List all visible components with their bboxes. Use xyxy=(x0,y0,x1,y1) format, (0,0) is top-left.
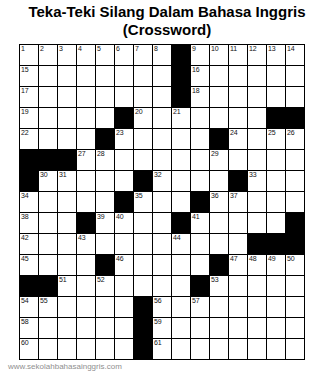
letter-cell[interactable] xyxy=(96,318,115,339)
clue-number: 23 xyxy=(116,129,123,137)
letter-cell[interactable]: 13 xyxy=(267,45,286,66)
clue-number: 30 xyxy=(40,171,47,179)
letter-cell[interactable] xyxy=(191,150,210,171)
letter-cell[interactable]: 20 xyxy=(134,108,153,129)
letter-cell[interactable] xyxy=(39,318,58,339)
letter-cell[interactable]: 30 xyxy=(39,171,58,192)
clue-number: 32 xyxy=(154,171,161,179)
letter-cell[interactable] xyxy=(96,234,115,255)
letter-cell[interactable]: 23 xyxy=(115,129,134,150)
clue-number: 54 xyxy=(21,297,28,305)
letter-cell[interactable] xyxy=(58,255,77,276)
letter-cell[interactable] xyxy=(58,108,77,129)
letter-cell[interactable] xyxy=(248,318,267,339)
letter-cell[interactable] xyxy=(191,318,210,339)
letter-cell[interactable] xyxy=(134,129,153,150)
letter-cell[interactable] xyxy=(39,255,58,276)
letter-cell[interactable] xyxy=(96,66,115,87)
letter-cell[interactable] xyxy=(229,108,248,129)
clue-number: 13 xyxy=(268,45,275,53)
clue-number: 22 xyxy=(21,129,28,137)
letter-cell[interactable] xyxy=(77,297,96,318)
letter-cell[interactable] xyxy=(191,129,210,150)
letter-cell[interactable] xyxy=(210,87,229,108)
letter-cell[interactable] xyxy=(267,276,286,297)
letter-cell[interactable]: 5 xyxy=(96,45,115,66)
letter-cell[interactable] xyxy=(267,87,286,108)
letter-cell[interactable] xyxy=(267,318,286,339)
letter-cell[interactable]: 43 xyxy=(77,234,96,255)
letter-cell[interactable] xyxy=(210,171,229,192)
letter-cell[interactable] xyxy=(115,339,134,360)
letter-cell[interactable]: 46 xyxy=(115,255,134,276)
letter-cell[interactable] xyxy=(248,339,267,360)
clue-number: 58 xyxy=(21,318,28,326)
letter-cell[interactable]: 14 xyxy=(286,45,305,66)
letter-cell[interactable] xyxy=(58,318,77,339)
clue-number: 16 xyxy=(192,66,199,74)
clue-number: 57 xyxy=(192,297,199,305)
letter-cell[interactable] xyxy=(58,66,77,87)
clue-number: 38 xyxy=(21,213,28,221)
letter-cell[interactable] xyxy=(96,297,115,318)
letter-cell[interactable] xyxy=(267,339,286,360)
clue-number: 18 xyxy=(192,87,199,95)
clue-number: 5 xyxy=(97,45,101,53)
clue-number: 46 xyxy=(116,255,123,263)
letter-cell[interactable] xyxy=(267,213,286,234)
letter-cell[interactable] xyxy=(134,66,153,87)
letter-cell[interactable]: 57 xyxy=(191,297,210,318)
letter-cell[interactable]: 48 xyxy=(248,255,267,276)
letter-cell[interactable] xyxy=(134,276,153,297)
letter-cell[interactable]: 28 xyxy=(96,150,115,171)
letter-cell[interactable] xyxy=(153,66,172,87)
block-cell xyxy=(115,192,134,213)
block-cell xyxy=(172,87,191,108)
block-cell xyxy=(58,150,77,171)
letter-cell[interactable] xyxy=(134,150,153,171)
crossword-page: Teka-Teki Silang Dalam Bahasa Inggris (C… xyxy=(0,0,334,380)
letter-cell[interactable] xyxy=(153,150,172,171)
letter-cell[interactable] xyxy=(96,108,115,129)
letter-cell[interactable] xyxy=(153,276,172,297)
clue-number: 8 xyxy=(154,45,158,53)
block-cell xyxy=(172,213,191,234)
clue-number: 60 xyxy=(21,339,28,347)
clue-number: 15 xyxy=(21,66,28,74)
block-cell xyxy=(210,129,229,150)
letter-cell[interactable] xyxy=(229,234,248,255)
clue-number: 47 xyxy=(230,255,237,263)
letter-cell[interactable] xyxy=(77,87,96,108)
clue-number: 31 xyxy=(59,171,66,179)
block-cell xyxy=(39,276,58,297)
page-title-line2: (Crossword) xyxy=(0,21,334,39)
letter-cell[interactable]: 2 xyxy=(39,45,58,66)
block-cell xyxy=(134,171,153,192)
letter-cell[interactable] xyxy=(267,192,286,213)
clue-number: 44 xyxy=(173,234,180,242)
clue-number: 2 xyxy=(40,45,44,53)
clue-number: 39 xyxy=(97,213,104,221)
letter-cell[interactable] xyxy=(210,297,229,318)
letter-cell[interactable] xyxy=(96,87,115,108)
letter-cell[interactable]: 42 xyxy=(20,234,39,255)
letter-cell[interactable]: 59 xyxy=(153,318,172,339)
letter-cell[interactable] xyxy=(96,171,115,192)
block-cell xyxy=(172,45,191,66)
letter-cell[interactable]: 52 xyxy=(96,276,115,297)
letter-cell[interactable] xyxy=(39,87,58,108)
clue-number: 1 xyxy=(21,45,25,53)
letter-cell[interactable] xyxy=(172,150,191,171)
letter-cell[interactable]: 1 xyxy=(20,45,39,66)
letter-cell[interactable]: 31 xyxy=(58,171,77,192)
block-cell xyxy=(267,234,286,255)
letter-cell[interactable] xyxy=(134,87,153,108)
letter-cell[interactable] xyxy=(58,339,77,360)
letter-cell[interactable] xyxy=(134,255,153,276)
clue-number: 53 xyxy=(211,276,218,284)
letter-cell[interactable] xyxy=(172,171,191,192)
letter-cell[interactable] xyxy=(153,108,172,129)
letter-cell[interactable] xyxy=(229,87,248,108)
letter-cell[interactable] xyxy=(286,87,305,108)
letter-cell[interactable] xyxy=(172,255,191,276)
letter-cell[interactable]: 24 xyxy=(229,129,248,150)
letter-cell[interactable]: 50 xyxy=(286,255,305,276)
letter-cell[interactable]: 61 xyxy=(153,339,172,360)
letter-cell[interactable] xyxy=(172,339,191,360)
letter-cell[interactable] xyxy=(153,129,172,150)
letter-cell[interactable]: 56 xyxy=(153,297,172,318)
letter-cell[interactable] xyxy=(77,255,96,276)
clue-number: 17 xyxy=(21,87,28,95)
letter-cell[interactable] xyxy=(39,234,58,255)
letter-cell[interactable] xyxy=(77,318,96,339)
letter-cell[interactable] xyxy=(267,171,286,192)
letter-cell[interactable] xyxy=(153,192,172,213)
letter-cell[interactable] xyxy=(153,213,172,234)
letter-cell[interactable]: 37 xyxy=(229,192,248,213)
clue-number: 48 xyxy=(249,255,256,263)
letter-cell[interactable] xyxy=(153,255,172,276)
letter-cell[interactable] xyxy=(248,150,267,171)
letter-cell[interactable] xyxy=(153,87,172,108)
letter-cell[interactable] xyxy=(39,108,58,129)
letter-cell[interactable] xyxy=(248,213,267,234)
clue-number: 28 xyxy=(97,150,104,158)
letter-cell[interactable] xyxy=(39,66,58,87)
letter-cell[interactable] xyxy=(267,297,286,318)
letter-cell[interactable] xyxy=(58,87,77,108)
letter-cell[interactable]: 26 xyxy=(286,129,305,150)
letter-cell[interactable]: 17 xyxy=(20,87,39,108)
letter-cell[interactable]: 60 xyxy=(20,339,39,360)
clue-number: 61 xyxy=(154,339,161,347)
letter-cell[interactable] xyxy=(58,297,77,318)
letter-cell[interactable] xyxy=(248,129,267,150)
letter-cell[interactable] xyxy=(248,192,267,213)
block-cell xyxy=(172,66,191,87)
letter-cell[interactable] xyxy=(229,66,248,87)
letter-cell[interactable] xyxy=(286,66,305,87)
letter-cell[interactable] xyxy=(229,339,248,360)
block-cell xyxy=(210,255,229,276)
letter-cell[interactable] xyxy=(210,213,229,234)
letter-cell[interactable] xyxy=(229,318,248,339)
block-cell xyxy=(286,234,305,255)
clue-number: 43 xyxy=(78,234,85,242)
letter-cell[interactable]: 45 xyxy=(20,255,39,276)
clue-number: 55 xyxy=(40,297,47,305)
letter-cell[interactable] xyxy=(286,339,305,360)
crossword-grid[interactable]: 1234567891011121314151617181920212223242… xyxy=(19,44,305,360)
letter-cell[interactable]: 7 xyxy=(134,45,153,66)
letter-cell[interactable]: 55 xyxy=(39,297,58,318)
letter-cell[interactable] xyxy=(77,129,96,150)
letter-cell[interactable] xyxy=(115,171,134,192)
letter-cell[interactable]: 9 xyxy=(191,45,210,66)
letter-cell[interactable]: 19 xyxy=(20,108,39,129)
letter-cell[interactable] xyxy=(191,255,210,276)
letter-cell[interactable] xyxy=(58,234,77,255)
letter-cell[interactable] xyxy=(58,213,77,234)
clue-number: 52 xyxy=(97,276,104,284)
letter-cell[interactable]: 58 xyxy=(20,318,39,339)
letter-cell[interactable]: 8 xyxy=(153,45,172,66)
block-cell xyxy=(20,150,39,171)
clue-number: 25 xyxy=(268,129,275,137)
letter-cell[interactable] xyxy=(134,213,153,234)
letter-cell[interactable] xyxy=(191,108,210,129)
letter-cell[interactable]: 33 xyxy=(248,171,267,192)
clue-number: 10 xyxy=(211,45,218,53)
letter-cell[interactable] xyxy=(172,297,191,318)
letter-cell[interactable]: 51 xyxy=(58,276,77,297)
letter-cell[interactable] xyxy=(172,318,191,339)
letter-cell[interactable]: 25 xyxy=(267,129,286,150)
letter-cell[interactable] xyxy=(286,192,305,213)
letter-cell[interactable] xyxy=(248,108,267,129)
page-title-line1: Teka-Teki Silang Dalam Bahasa Inggris xyxy=(0,3,334,21)
block-cell xyxy=(20,276,39,297)
letter-cell[interactable] xyxy=(191,234,210,255)
letter-cell[interactable] xyxy=(39,213,58,234)
block-cell xyxy=(267,108,286,129)
letter-cell[interactable]: 3 xyxy=(58,45,77,66)
letter-cell[interactable]: 35 xyxy=(134,192,153,213)
letter-cell[interactable]: 40 xyxy=(115,213,134,234)
clue-number: 14 xyxy=(287,45,294,53)
clue-number: 7 xyxy=(135,45,139,53)
block-cell xyxy=(191,192,210,213)
clue-number: 59 xyxy=(154,318,161,326)
block-cell xyxy=(39,150,58,171)
letter-cell[interactable] xyxy=(286,150,305,171)
letter-cell[interactable]: 41 xyxy=(191,213,210,234)
clue-number: 41 xyxy=(192,213,199,221)
letter-cell[interactable]: 39 xyxy=(96,213,115,234)
block-cell xyxy=(134,339,153,360)
letter-cell[interactable] xyxy=(39,339,58,360)
letter-cell[interactable]: 44 xyxy=(172,234,191,255)
block-cell xyxy=(286,213,305,234)
watermark-url: www.sekolahbahasainggris.com xyxy=(8,362,122,372)
letter-cell[interactable] xyxy=(58,129,77,150)
block-cell xyxy=(191,276,210,297)
letter-cell[interactable] xyxy=(39,129,58,150)
letter-cell[interactable] xyxy=(210,108,229,129)
letter-cell[interactable] xyxy=(267,66,286,87)
letter-cell[interactable] xyxy=(248,276,267,297)
letter-cell[interactable] xyxy=(153,234,172,255)
letter-cell[interactable]: 22 xyxy=(20,129,39,150)
block-cell xyxy=(229,171,248,192)
letter-cell[interactable]: 29 xyxy=(210,150,229,171)
letter-cell[interactable] xyxy=(96,339,115,360)
letter-cell[interactable] xyxy=(286,171,305,192)
letter-cell[interactable] xyxy=(115,150,134,171)
letter-cell[interactable] xyxy=(286,297,305,318)
letter-cell[interactable] xyxy=(248,87,267,108)
letter-cell[interactable] xyxy=(229,297,248,318)
clue-number: 56 xyxy=(154,297,161,305)
clue-number: 33 xyxy=(249,171,256,179)
letter-cell[interactable] xyxy=(248,66,267,87)
clue-number: 4 xyxy=(78,45,82,53)
clue-number: 49 xyxy=(268,255,275,263)
clue-number: 19 xyxy=(21,108,28,116)
clue-number: 3 xyxy=(59,45,63,53)
letter-cell[interactable]: 4 xyxy=(77,45,96,66)
clue-number: 29 xyxy=(211,150,218,158)
letter-cell[interactable] xyxy=(96,192,115,213)
clue-number: 9 xyxy=(192,45,196,53)
letter-cell[interactable]: 47 xyxy=(229,255,248,276)
letter-cell[interactable] xyxy=(229,213,248,234)
letter-cell[interactable] xyxy=(115,234,134,255)
letter-cell[interactable]: 34 xyxy=(20,192,39,213)
clue-number: 42 xyxy=(21,234,28,242)
clue-number: 27 xyxy=(78,150,85,158)
letter-cell[interactable]: 18 xyxy=(191,87,210,108)
clue-number: 6 xyxy=(116,45,120,53)
letter-cell[interactable] xyxy=(134,234,153,255)
letter-cell[interactable] xyxy=(77,192,96,213)
clue-number: 12 xyxy=(249,45,256,53)
letter-cell[interactable] xyxy=(115,318,134,339)
letter-cell[interactable]: 27 xyxy=(77,150,96,171)
block-cell xyxy=(134,318,153,339)
clue-number: 40 xyxy=(116,213,123,221)
clue-number: 34 xyxy=(21,192,28,200)
block-cell xyxy=(134,297,153,318)
letter-cell[interactable]: 6 xyxy=(115,45,134,66)
block-cell xyxy=(20,171,39,192)
letter-cell[interactable] xyxy=(267,150,286,171)
clue-number: 11 xyxy=(230,45,237,53)
letter-cell[interactable] xyxy=(210,66,229,87)
clue-number: 21 xyxy=(173,108,180,116)
letter-cell[interactable] xyxy=(210,318,229,339)
letter-cell[interactable]: 16 xyxy=(191,66,210,87)
letter-cell[interactable] xyxy=(77,171,96,192)
block-cell xyxy=(248,234,267,255)
letter-cell[interactable]: 38 xyxy=(20,213,39,234)
letter-cell[interactable] xyxy=(286,276,305,297)
clue-number: 37 xyxy=(230,192,237,200)
clue-number: 50 xyxy=(287,255,294,263)
letter-cell[interactable] xyxy=(229,150,248,171)
letter-cell[interactable]: 32 xyxy=(153,171,172,192)
letter-cell[interactable]: 36 xyxy=(210,192,229,213)
letter-cell[interactable] xyxy=(77,339,96,360)
letter-cell[interactable] xyxy=(115,66,134,87)
clue-number: 20 xyxy=(135,108,142,116)
letter-cell[interactable] xyxy=(172,129,191,150)
clue-number: 35 xyxy=(135,192,142,200)
letter-cell[interactable]: 21 xyxy=(172,108,191,129)
block-cell xyxy=(96,129,115,150)
clue-number: 51 xyxy=(59,276,66,284)
letter-cell[interactable] xyxy=(77,66,96,87)
page-title: Teka-Teki Silang Dalam Bahasa Inggris (C… xyxy=(0,3,334,39)
letter-cell[interactable] xyxy=(248,297,267,318)
letter-cell[interactable]: 49 xyxy=(267,255,286,276)
letter-cell[interactable]: 12 xyxy=(248,45,267,66)
letter-cell[interactable] xyxy=(77,276,96,297)
letter-cell[interactable]: 53 xyxy=(210,276,229,297)
block-cell xyxy=(77,213,96,234)
letter-cell[interactable] xyxy=(191,171,210,192)
letter-cell[interactable]: 15 xyxy=(20,66,39,87)
letter-cell[interactable] xyxy=(77,108,96,129)
block-cell xyxy=(96,255,115,276)
letter-cell[interactable]: 54 xyxy=(20,297,39,318)
letter-cell[interactable] xyxy=(172,276,191,297)
clue-number: 36 xyxy=(211,192,218,200)
letter-cell[interactable] xyxy=(39,192,58,213)
clue-number: 26 xyxy=(287,129,294,137)
letter-cell[interactable]: 10 xyxy=(210,45,229,66)
block-cell xyxy=(286,108,305,129)
letter-cell[interactable] xyxy=(115,297,134,318)
clue-number: 24 xyxy=(230,129,237,137)
letter-cell[interactable] xyxy=(229,276,248,297)
letter-cell[interactable] xyxy=(210,339,229,360)
clue-number: 45 xyxy=(21,255,28,263)
letter-cell[interactable] xyxy=(286,318,305,339)
letter-cell[interactable] xyxy=(58,192,77,213)
letter-cell[interactable] xyxy=(210,234,229,255)
letter-cell[interactable]: 11 xyxy=(229,45,248,66)
letter-cell[interactable] xyxy=(115,276,134,297)
block-cell xyxy=(115,108,134,129)
letter-cell[interactable] xyxy=(115,87,134,108)
letter-cell[interactable] xyxy=(172,192,191,213)
letter-cell[interactable] xyxy=(191,339,210,360)
